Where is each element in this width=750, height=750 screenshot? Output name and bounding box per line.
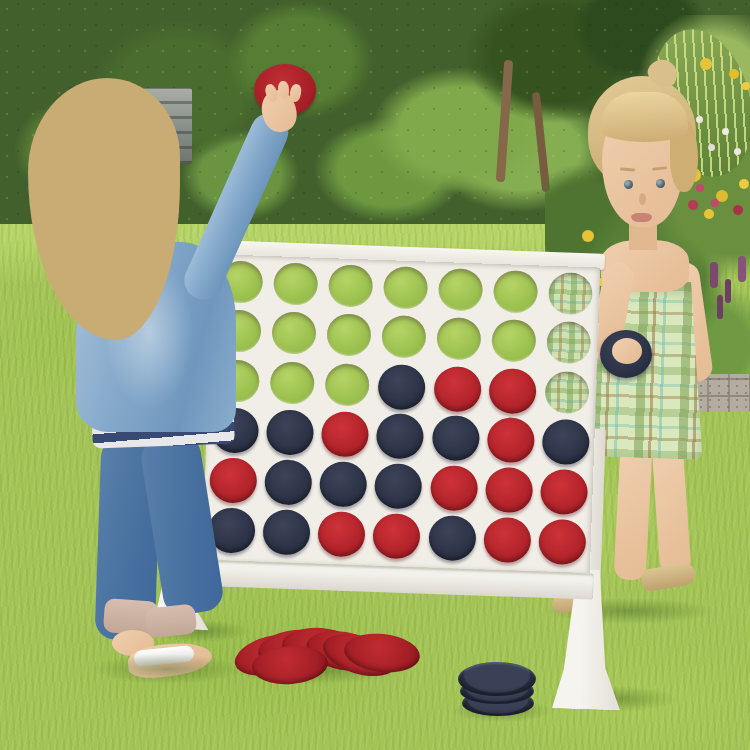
- navy-disc-stack: [0, 0, 750, 750]
- garden-connect-four-scene: [0, 0, 750, 750]
- loose-navy-disc: [458, 662, 536, 696]
- shadow: [92, 654, 242, 684]
